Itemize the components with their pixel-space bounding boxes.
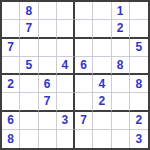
cell-r5c6[interactable]: 4 [93,75,111,93]
cell-r6c8[interactable] [130,93,148,111]
cell-r6c6[interactable]: 2 [93,93,111,111]
given-digit: 6 [7,113,14,127]
given-digit: 1 [117,4,124,18]
given-digit: 2 [117,21,124,35]
cell-r2c2[interactable]: 7 [20,20,38,38]
cell-r6c7[interactable] [112,93,130,111]
cell-r4c6[interactable] [93,57,111,75]
given-digit: 8 [117,58,124,72]
cell-r3c4[interactable] [57,39,75,57]
cell-r4c8[interactable] [130,57,148,75]
cell-r2c3[interactable] [39,20,57,38]
given-digit: 7 [80,113,87,127]
cell-r5c5[interactable] [75,75,93,93]
given-digit: 4 [99,77,106,91]
cell-r5c3[interactable]: 6 [39,75,57,93]
given-digit: 6 [44,77,51,91]
cell-r2c4[interactable] [57,20,75,38]
cell-r2c8[interactable] [130,20,148,38]
cell-r6c4[interactable] [57,93,75,111]
cell-r2c7[interactable]: 2 [112,20,130,38]
given-digit: 8 [136,77,143,91]
cell-r6c3[interactable]: 7 [39,93,57,111]
given-digit: 7 [26,21,33,35]
cell-r4c7[interactable]: 8 [112,57,130,75]
cell-r1c6[interactable] [93,2,111,20]
cell-r2c1[interactable] [2,20,20,38]
cell-r7c2[interactable] [20,112,38,130]
cell-r8c1[interactable]: 8 [2,130,20,148]
cell-r8c8[interactable]: 3 [130,130,148,148]
cell-r3c7[interactable] [112,39,130,57]
cell-r1c4[interactable] [57,2,75,20]
cell-r1c1[interactable] [2,2,20,20]
cell-r7c1[interactable]: 6 [2,112,20,130]
cell-r8c7[interactable] [112,130,130,148]
cell-r6c5[interactable] [75,93,93,111]
given-digit: 2 [136,113,143,127]
given-digit: 5 [136,40,143,54]
given-digit: 7 [7,40,14,54]
cell-r7c5[interactable]: 7 [75,112,93,130]
cell-r5c7[interactable] [112,75,130,93]
given-digit: 5 [26,58,33,72]
cell-r3c6[interactable] [93,39,111,57]
given-digit: 6 [80,58,87,72]
cell-r8c3[interactable] [39,130,57,148]
cell-r5c8[interactable]: 8 [130,75,148,93]
given-digit: 4 [62,58,69,72]
cell-r7c6[interactable] [93,112,111,130]
cell-r3c5[interactable] [75,39,93,57]
cell-r4c2[interactable]: 5 [20,57,38,75]
cell-r8c2[interactable] [20,130,38,148]
cell-r3c8[interactable]: 5 [130,39,148,57]
given-digit: 3 [62,113,69,127]
cell-r5c2[interactable] [20,75,38,93]
cell-r4c1[interactable] [2,57,20,75]
cell-r4c5[interactable]: 6 [75,57,93,75]
cell-r1c5[interactable] [75,2,93,20]
given-digit: 8 [26,4,33,18]
cell-r6c2[interactable] [20,93,38,111]
given-digit: 2 [99,94,106,108]
cell-r3c1[interactable]: 7 [2,39,20,57]
cell-r2c6[interactable] [93,20,111,38]
given-digit: 3 [136,132,143,146]
cell-r3c3[interactable] [39,39,57,57]
cell-r1c2[interactable]: 8 [20,2,38,20]
cell-r5c1[interactable]: 2 [2,75,20,93]
cell-r4c4[interactable]: 4 [57,57,75,75]
cell-r8c4[interactable] [57,130,75,148]
cell-r1c8[interactable] [130,2,148,20]
cell-r8c6[interactable] [93,130,111,148]
given-digit: 2 [7,77,14,91]
given-digit: 7 [44,94,51,108]
cell-r7c4[interactable]: 3 [57,112,75,130]
cell-r4c3[interactable] [39,57,57,75]
cell-r1c3[interactable] [39,2,57,20]
cell-r5c4[interactable] [57,75,75,93]
cell-r7c8[interactable]: 2 [130,112,148,130]
cell-r8c5[interactable] [75,130,93,148]
cell-r7c3[interactable] [39,112,57,130]
given-digit: 8 [7,132,14,146]
cell-r6c1[interactable] [2,93,20,111]
sudoku-board: 8172755468264872637283 [0,0,150,150]
cell-r1c7[interactable]: 1 [112,2,130,20]
cell-r3c2[interactable] [20,39,38,57]
cell-r2c5[interactable] [75,20,93,38]
cell-r7c7[interactable] [112,112,130,130]
